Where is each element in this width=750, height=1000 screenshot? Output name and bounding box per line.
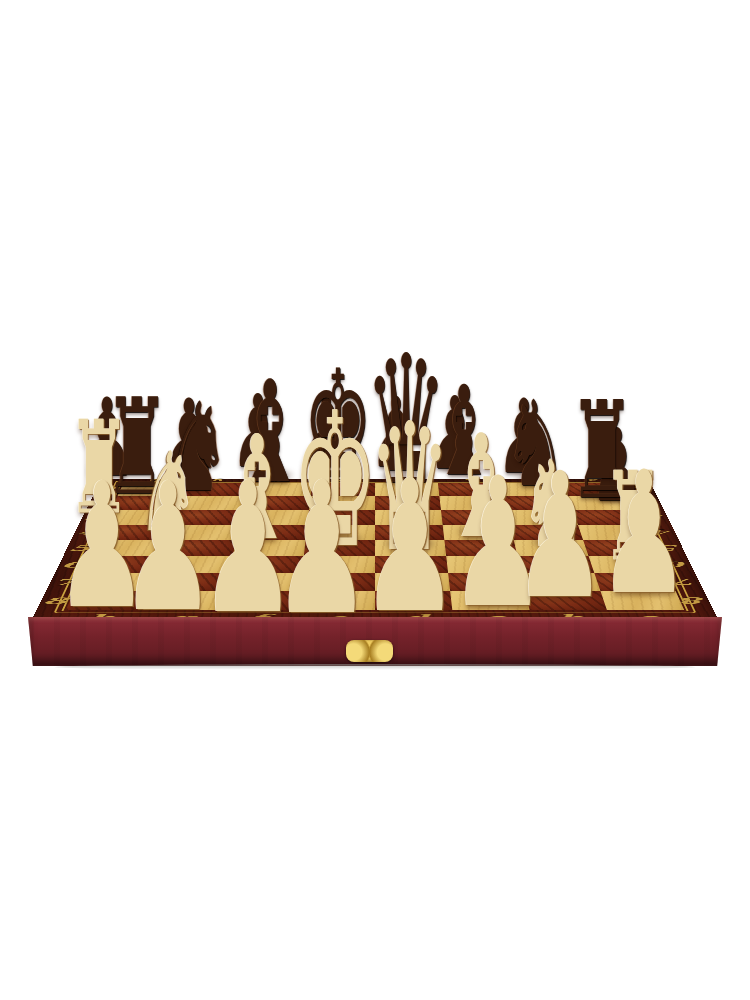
white-pawn-a[interactable]: ♟ [598, 449, 689, 618]
white-pawn-e[interactable]: ♟ [273, 458, 371, 641]
white-pawn-b[interactable]: ♟ [513, 450, 606, 623]
photo-canvas: hgfedcba hgfedcba 12345678 12345678 ♟♟♟♟… [0, 0, 750, 1000]
white-pawn-d[interactable]: ♟ [361, 456, 459, 639]
ground-shadow [55, 664, 695, 670]
